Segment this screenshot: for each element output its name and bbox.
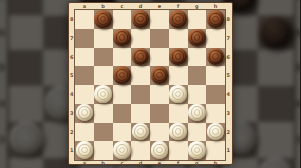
square-h5 [206,66,225,85]
square-d2[interactable] [131,123,150,142]
square-e2 [150,123,169,142]
square-g6 [188,48,207,67]
square-h3 [206,104,225,123]
square-e4 [150,85,169,104]
square-e7[interactable] [150,29,169,48]
rank-label-left-1: 1 [69,141,76,160]
square-a2 [75,123,94,142]
square-c5[interactable] [113,66,132,85]
square-e6 [150,48,169,67]
square-f7 [169,29,188,48]
square-g2 [188,123,207,142]
bg-rank-label-left-2: 2 [0,157,8,168]
square-c6 [113,48,132,67]
square-h6[interactable] [206,48,225,67]
square-b1 [94,141,113,160]
bg-rank-label-left-6: 6 [0,15,8,51]
square-h4[interactable] [206,85,225,104]
square-f5 [169,66,188,85]
bg-square-h6 [257,15,293,51]
file-label-bottom-h: h [206,161,225,166]
bg-square-h5 [257,50,293,86]
rank-label-right-5: 5 [225,66,232,85]
square-g5[interactable] [188,66,207,85]
square-a3[interactable] [75,104,94,123]
square-e3[interactable] [150,104,169,123]
app-canvas: aabbccddeeffgghh8877665544332211 aabbccd… [0,0,300,168]
square-c2 [113,123,132,142]
file-label-top-c: c [113,4,132,9]
rank-label-left-4: 4 [69,85,76,104]
bg-rank-label-left-7: 7 [0,0,8,15]
file-label-bottom-e: e [150,161,169,166]
square-b7 [94,29,113,48]
square-b5 [94,66,113,85]
file-label-bottom-b: b [94,161,113,166]
square-h1 [206,141,225,160]
square-g4 [188,85,207,104]
bg-square-h4 [257,86,293,122]
checkers-board: aabbccddeeffgghh8877665544332211 [68,2,233,165]
bg-square-a6 [8,15,44,51]
file-label-bottom-a: a [75,161,94,166]
rank-label-right-8: 8 [225,10,232,29]
square-b2[interactable] [94,123,113,142]
file-label-top-e: e [150,4,169,9]
square-f8[interactable] [169,10,188,29]
rank-label-right-4: 4 [225,85,232,104]
rank-label-left-8: 8 [69,10,76,29]
square-d5 [131,66,150,85]
square-b4[interactable] [94,85,113,104]
square-h2[interactable] [206,123,225,142]
rank-label-left-3: 3 [69,104,76,123]
bg-rank-label-right-3: 3 [293,122,301,158]
bg-rank-label-left-4: 4 [0,86,8,122]
file-label-top-g: g [188,4,207,9]
square-a6 [75,48,94,67]
square-g1[interactable] [188,141,207,160]
square-c8 [113,10,132,29]
square-g8 [188,10,207,29]
playing-field [75,10,225,160]
square-g7[interactable] [188,29,207,48]
rank-label-right-2: 2 [225,123,232,142]
square-e8 [150,10,169,29]
square-d8[interactable] [131,10,150,29]
bg-square-a7 [8,0,44,15]
rank-label-right-1: 1 [225,141,232,160]
bg-rank-label-left-3: 3 [0,122,8,158]
square-f3 [169,104,188,123]
bg-rank-label-left-5: 5 [0,50,8,86]
rank-label-left-5: 5 [69,66,76,85]
rank-label-left-6: 6 [69,48,76,67]
file-label-bottom-d: d [131,161,150,166]
square-c3[interactable] [113,104,132,123]
bg-square-h7 [257,0,293,15]
square-c1[interactable] [113,141,132,160]
bg-rank-label-right-2: 2 [293,157,301,168]
file-label-top-d: d [131,4,150,9]
file-label-bottom-c: c [113,161,132,166]
square-a8 [75,10,94,29]
bg-square-h3 [257,122,293,158]
file-label-top-f: f [169,4,188,9]
square-e1[interactable] [150,141,169,160]
bg-square-a5 [8,50,44,86]
file-label-top-b: b [94,4,113,9]
bg-square-a2 [8,157,44,168]
rank-label-right-6: 6 [225,48,232,67]
bg-rank-label-right-4: 4 [293,86,301,122]
square-b6[interactable] [94,48,113,67]
file-label-top-a: a [75,4,94,9]
bg-square-a4 [8,86,44,122]
square-c7[interactable] [113,29,132,48]
square-g3[interactable] [188,104,207,123]
square-d4[interactable] [131,85,150,104]
square-a4 [75,85,94,104]
rank-label-right-7: 7 [225,29,232,48]
square-d6[interactable] [131,48,150,67]
square-e5[interactable] [150,66,169,85]
bg-square-a3 [8,122,44,158]
square-c4 [113,85,132,104]
bg-rank-label-right-7: 7 [293,0,301,15]
rank-label-right-3: 3 [225,104,232,123]
rank-label-left-7: 7 [69,29,76,48]
square-d7 [131,29,150,48]
bg-rank-label-right-6: 6 [293,15,301,51]
square-d1 [131,141,150,160]
file-label-top-h: h [206,4,225,9]
square-a7[interactable] [75,29,94,48]
square-h8[interactable] [206,10,225,29]
rank-label-left-2: 2 [69,123,76,142]
bg-rank-label-right-5: 5 [293,50,301,86]
square-h7 [206,29,225,48]
square-a1[interactable] [75,141,94,160]
square-b8[interactable] [94,10,113,29]
square-f6[interactable] [169,48,188,67]
square-f4[interactable] [169,85,188,104]
square-f2[interactable] [169,123,188,142]
square-b3 [94,104,113,123]
bg-square-h2 [257,157,293,168]
file-label-bottom-g: g [188,161,207,166]
square-a5[interactable] [75,66,94,85]
square-d3 [131,104,150,123]
file-label-bottom-f: f [169,161,188,166]
square-f1 [169,141,188,160]
